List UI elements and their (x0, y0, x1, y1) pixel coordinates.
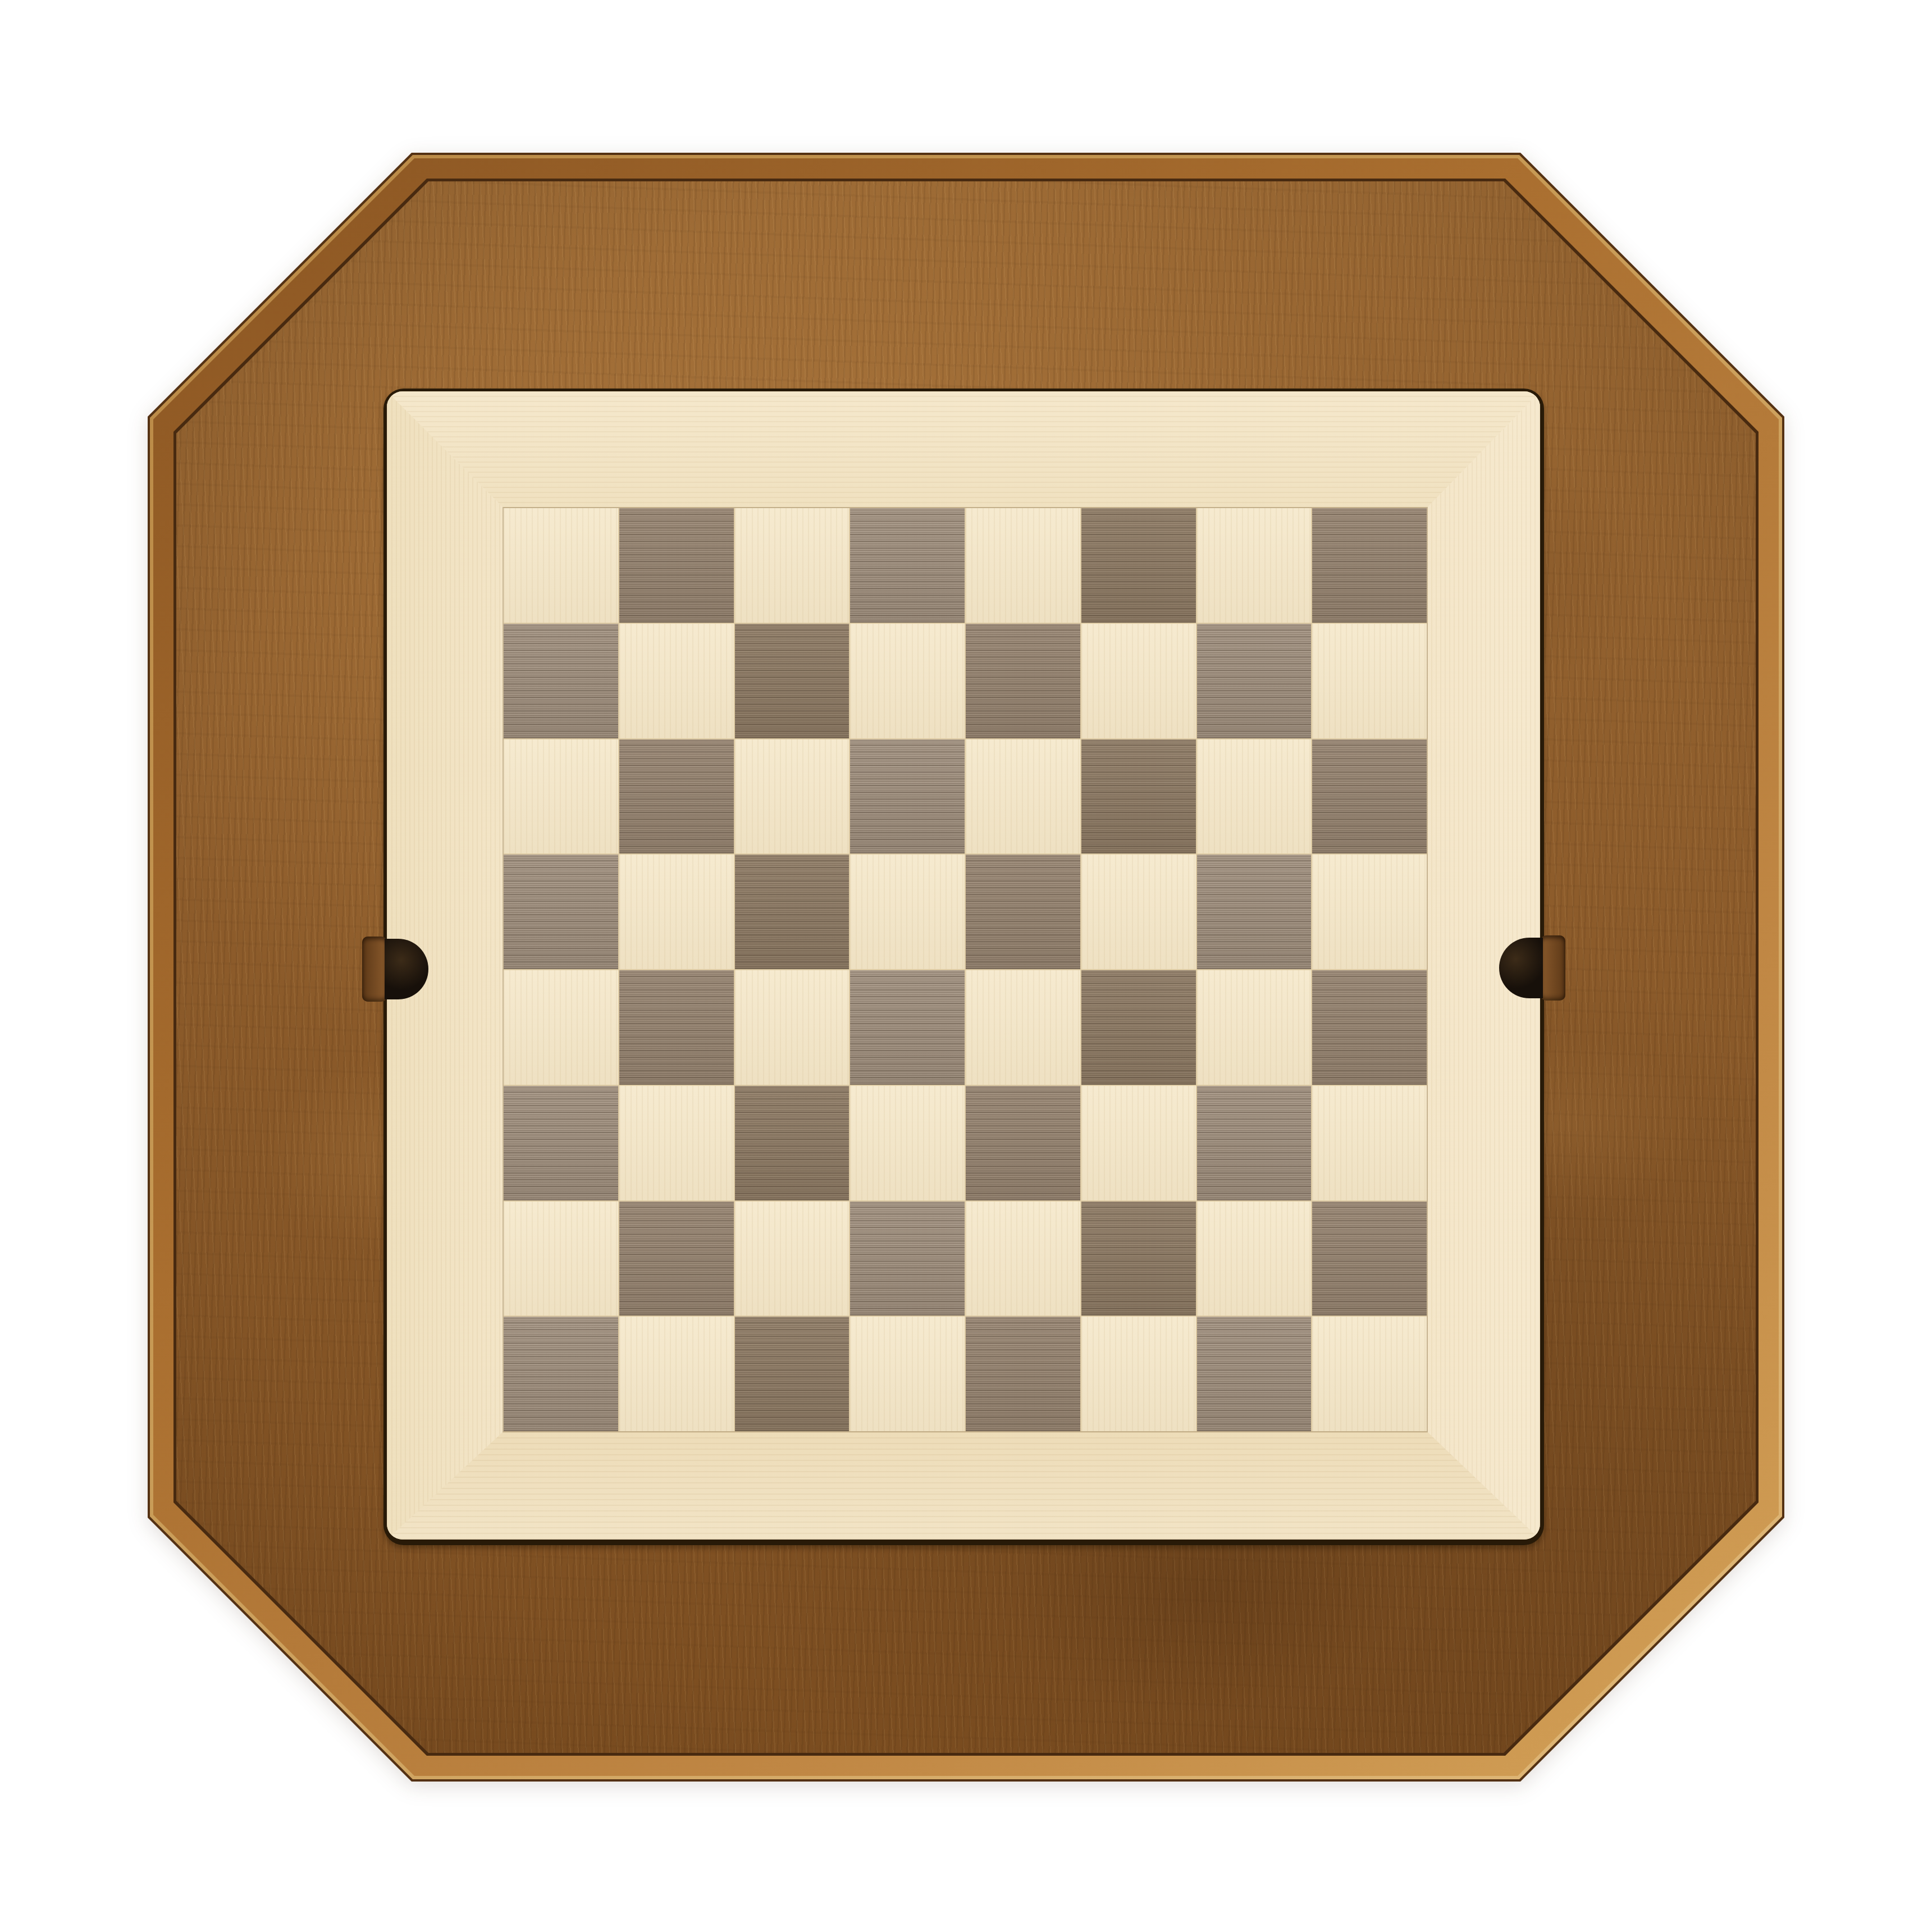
square-a2[interactable] (504, 1202, 618, 1316)
square-b2[interactable] (619, 1202, 734, 1316)
square-d1[interactable] (850, 1317, 965, 1431)
square-b8[interactable] (619, 508, 734, 623)
square-e1[interactable] (966, 1317, 1080, 1431)
square-e3[interactable] (966, 1086, 1080, 1200)
square-b4[interactable] (619, 970, 734, 1085)
square-b6[interactable] (619, 739, 734, 854)
square-f6[interactable] (1081, 739, 1196, 854)
square-g8[interactable] (1197, 508, 1312, 623)
square-g1[interactable] (1197, 1317, 1312, 1431)
square-h8[interactable] (1312, 508, 1427, 623)
chessboard-insert (383, 389, 1544, 1545)
square-d4[interactable] (850, 970, 965, 1085)
square-c2[interactable] (735, 1202, 849, 1316)
square-d8[interactable] (850, 508, 965, 623)
square-h4[interactable] (1312, 970, 1427, 1085)
square-c1[interactable] (735, 1317, 849, 1431)
square-f8[interactable] (1081, 508, 1196, 623)
square-a3[interactable] (504, 1086, 618, 1200)
square-c7[interactable] (735, 624, 849, 738)
square-a4[interactable] (504, 970, 618, 1085)
board-frame-top (387, 391, 1540, 508)
square-e8[interactable] (966, 508, 1080, 623)
square-f5[interactable] (1081, 855, 1196, 969)
square-e7[interactable] (966, 624, 1080, 738)
square-e5[interactable] (966, 855, 1080, 969)
square-d3[interactable] (850, 1086, 965, 1200)
square-b1[interactable] (619, 1317, 734, 1431)
square-a7[interactable] (504, 624, 618, 738)
chessboard-maple-border (387, 391, 1540, 1540)
square-e4[interactable] (966, 970, 1080, 1085)
square-g3[interactable] (1197, 1086, 1312, 1200)
square-d2[interactable] (850, 1202, 965, 1316)
square-a6[interactable] (504, 739, 618, 854)
square-g4[interactable] (1197, 970, 1312, 1085)
square-f3[interactable] (1081, 1086, 1196, 1200)
right-notch-recess (1541, 935, 1565, 1001)
square-g2[interactable] (1197, 1202, 1312, 1316)
square-c4[interactable] (735, 970, 849, 1085)
square-g7[interactable] (1197, 624, 1312, 738)
square-h7[interactable] (1312, 624, 1427, 738)
board-frame-bottom (387, 1431, 1540, 1540)
square-f2[interactable] (1081, 1202, 1196, 1316)
square-h5[interactable] (1312, 855, 1427, 969)
square-f1[interactable] (1081, 1317, 1196, 1431)
square-f7[interactable] (1081, 624, 1196, 738)
square-h3[interactable] (1312, 1086, 1427, 1200)
square-g5[interactable] (1197, 855, 1312, 969)
square-b7[interactable] (619, 624, 734, 738)
square-g6[interactable] (1197, 739, 1312, 854)
square-b3[interactable] (619, 1086, 734, 1200)
square-f4[interactable] (1081, 970, 1196, 1085)
square-c6[interactable] (735, 739, 849, 854)
square-d7[interactable] (850, 624, 965, 738)
square-a1[interactable] (504, 1317, 618, 1431)
chessboard-grid (504, 508, 1427, 1431)
square-e6[interactable] (966, 739, 1080, 854)
square-d5[interactable] (850, 855, 965, 969)
square-c5[interactable] (735, 855, 849, 969)
square-e2[interactable] (966, 1202, 1080, 1316)
square-c8[interactable] (735, 508, 849, 623)
square-a5[interactable] (504, 855, 618, 969)
square-a8[interactable] (504, 508, 618, 623)
square-h6[interactable] (1312, 739, 1427, 854)
square-h1[interactable] (1312, 1317, 1427, 1431)
left-notch-recess (362, 937, 387, 1002)
square-b5[interactable] (619, 855, 734, 969)
square-c3[interactable] (735, 1086, 849, 1200)
square-h2[interactable] (1312, 1202, 1427, 1316)
square-d6[interactable] (850, 739, 965, 854)
